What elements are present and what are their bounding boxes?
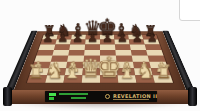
square-a6[interactable] (39, 44, 56, 49)
piece-black-pawn[interactable]: ♟ (102, 31, 113, 43)
piece-black-pawn[interactable]: ♟ (87, 31, 98, 43)
square-h7[interactable]: ♟ (143, 39, 159, 44)
piece-white-knight[interactable]: ♞ (136, 61, 154, 82)
square-c7[interactable]: ♟ (70, 39, 85, 44)
square-c6[interactable] (69, 44, 85, 49)
lcd-text-line-2 (71, 97, 86, 99)
square-h1[interactable]: ♜ (153, 75, 173, 83)
right-endcap (188, 87, 197, 106)
piece-white-bishop[interactable]: ♝ (118, 60, 137, 82)
square-h6[interactable] (145, 44, 162, 49)
lcd-logo-block-small (49, 97, 54, 100)
piece-white-knight[interactable]: ♞ (45, 61, 63, 82)
chessboard-photo: ♜♞♝♛♚♝♞♜♟♟♟♟♟♟♟♟♟♟♟♟♟♟♟♟♜♞♝♛♚♝♞♜ REVELAT… (0, 0, 200, 111)
brand-subtext-line (113, 99, 149, 100)
brand-logo-icon (105, 94, 110, 99)
square-f7[interactable]: ♟ (114, 39, 129, 44)
square-e7[interactable]: ♟ (100, 39, 115, 44)
lcd-display (48, 92, 98, 101)
square-f6[interactable] (115, 44, 131, 49)
square-e6[interactable] (100, 44, 115, 49)
lcd-logo-block (49, 93, 56, 96)
piece-white-rook[interactable]: ♜ (28, 63, 44, 81)
square-e1[interactable]: ♚ (100, 75, 118, 83)
board-front-face: REVELATION II (5, 90, 195, 104)
square-b6[interactable] (54, 44, 70, 49)
board-plane: ♜♞♝♛♚♝♞♜♟♟♟♟♟♟♟♟♟♟♟♟♟♟♟♟♜♞♝♛♚♝♞♜ (4, 31, 196, 93)
square-g6[interactable] (130, 44, 146, 49)
thumbnail-outline (179, 0, 200, 21)
piece-black-pawn[interactable]: ♟ (117, 31, 128, 43)
piece-black-pawn[interactable]: ♟ (57, 31, 68, 43)
lcd-text-line-1 (59, 93, 88, 95)
square-d6[interactable] (85, 44, 100, 49)
nameplate: REVELATION II (45, 91, 157, 102)
chess-board-grid: ♜♞♝♛♚♝♞♜♟♟♟♟♟♟♟♟♟♟♟♟♟♟♟♟♜♞♝♛♚♝♞♜ (27, 35, 173, 83)
square-f1[interactable]: ♝ (118, 75, 137, 83)
left-endcap (3, 87, 12, 106)
square-g1[interactable]: ♞ (135, 75, 155, 83)
piece-black-pawn[interactable]: ♟ (42, 31, 53, 43)
piece-black-pawn[interactable]: ♟ (72, 31, 83, 43)
square-d7[interactable]: ♟ (85, 39, 100, 44)
piece-black-pawn[interactable]: ♟ (147, 31, 158, 43)
square-g7[interactable]: ♟ (129, 39, 145, 44)
piece-black-pawn[interactable]: ♟ (132, 31, 143, 43)
piece-white-rook[interactable]: ♜ (156, 63, 172, 81)
brand-plate: REVELATION II (98, 92, 157, 101)
